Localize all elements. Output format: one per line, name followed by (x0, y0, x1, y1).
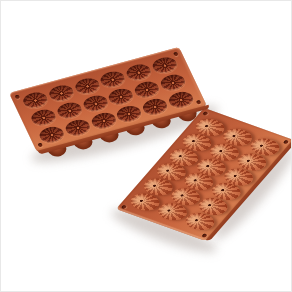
mold-cavity (72, 75, 102, 96)
corner-hole (201, 233, 207, 237)
mold-cavity (106, 86, 136, 107)
mold-cavity (46, 82, 76, 103)
mold-cavity (98, 68, 128, 89)
mold-cavity (80, 93, 110, 114)
product-photo (0, 0, 292, 292)
mold-cavity (123, 61, 153, 82)
mold-cavity (20, 89, 50, 110)
mold-cavity (29, 107, 59, 128)
corner-hole (121, 205, 127, 209)
mold-cavity (132, 79, 162, 100)
mold-cavity (149, 54, 179, 75)
mold-cavity (157, 72, 187, 93)
mold-cavity (54, 100, 84, 121)
back-mold-sheet (9, 47, 207, 152)
